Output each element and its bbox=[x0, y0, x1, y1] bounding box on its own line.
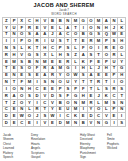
word-list-column: FellSmiteProphetsWicked bbox=[107, 133, 128, 159]
word-list-item: Speech bbox=[3, 155, 31, 159]
grid-cell: E bbox=[49, 120, 57, 127]
word-search-grid: ZPXCHVBBNMGOMANLYUFREVELATIONHJKTNOSAAJA… bbox=[2, 17, 126, 127]
grid-cell: A bbox=[11, 93, 19, 100]
grid-cell: O bbox=[103, 52, 111, 59]
grid-cell: B bbox=[57, 18, 65, 25]
grid-cell: N bbox=[18, 86, 26, 93]
grid-cell: I bbox=[34, 120, 42, 127]
grid-cell: G bbox=[80, 18, 88, 25]
grid-cell: G bbox=[26, 52, 34, 59]
grid-cell: C bbox=[26, 18, 34, 25]
grid-cell: O bbox=[88, 18, 96, 25]
grid-cell: C bbox=[111, 93, 119, 100]
grid-cell: E bbox=[49, 86, 57, 93]
grid-cell: C bbox=[18, 120, 26, 127]
grid-cell: R bbox=[3, 93, 11, 100]
grid-cell: V bbox=[41, 93, 49, 100]
grid-cell: G bbox=[103, 120, 111, 127]
grid-cell: F bbox=[80, 86, 88, 93]
grid-cell: X bbox=[41, 52, 49, 59]
grid-cell: T bbox=[88, 86, 96, 93]
grid-cell: Z bbox=[3, 18, 11, 25]
grid-cell: Z bbox=[72, 52, 80, 59]
word-list-column: Holy GhostDeceivedEternityBlasphemyPunis… bbox=[80, 133, 107, 159]
grid-cell: O bbox=[11, 86, 19, 93]
grid-cell: D bbox=[34, 93, 42, 100]
word-list-column: DenyRevelationHeartsAngelsScripturesGosp… bbox=[31, 133, 80, 159]
grid-cell: L bbox=[49, 52, 57, 59]
grid-cell: H bbox=[34, 18, 42, 25]
grid-cell: R bbox=[111, 86, 119, 93]
grid-cell: K bbox=[103, 93, 111, 100]
grid-cell: H bbox=[11, 52, 19, 59]
grid-cell: M bbox=[95, 18, 103, 25]
grid-cell: M bbox=[95, 38, 103, 45]
grid-cell: S bbox=[65, 52, 73, 59]
grid-cell: S bbox=[118, 120, 126, 127]
grid-cell: N bbox=[95, 120, 103, 127]
grid-cell: N bbox=[111, 18, 119, 25]
grid-cell: L bbox=[95, 86, 103, 93]
grid-cell: N bbox=[118, 107, 126, 114]
puzzle-type-label: WORD SEARCH bbox=[0, 13, 128, 16]
grid-cell: N bbox=[72, 120, 80, 127]
grid-cell: V bbox=[88, 120, 96, 127]
grid-cell: A bbox=[103, 18, 111, 25]
grid-cell: H bbox=[80, 93, 88, 100]
grid-cell: S bbox=[103, 86, 111, 93]
grid-cell: S bbox=[57, 93, 65, 100]
grid-cell: R bbox=[111, 52, 119, 59]
grid-cell: P bbox=[11, 18, 19, 25]
grid-cell: N bbox=[65, 18, 73, 25]
grid-cell: J bbox=[95, 93, 103, 100]
grid-cell: D bbox=[3, 120, 11, 127]
grid-cell: L bbox=[118, 18, 126, 25]
word-search-page: JACOB AND SHEREM Jacob 7 WORD SEARCH ZPX… bbox=[0, 0, 128, 161]
grid-cell: B bbox=[80, 120, 88, 127]
grid-cell: P bbox=[57, 86, 65, 93]
grid-cell: B bbox=[49, 18, 57, 25]
grid-cell: V bbox=[18, 52, 26, 59]
grid-cell: I bbox=[111, 120, 119, 127]
grid-cell: L bbox=[118, 52, 126, 59]
grid-cell: E bbox=[88, 93, 96, 100]
grid-cell: T bbox=[95, 52, 103, 59]
grid-cell: R bbox=[3, 52, 11, 59]
grid-cell: E bbox=[26, 120, 34, 127]
grid-cell: E bbox=[11, 120, 19, 127]
grid-cell: A bbox=[41, 32, 49, 39]
grid-cell: X bbox=[18, 18, 26, 25]
word-list-item: Gospel bbox=[31, 155, 80, 159]
grid-cell: V bbox=[41, 120, 49, 127]
grid-cell: D bbox=[49, 93, 57, 100]
grid-cell: D bbox=[57, 120, 65, 127]
word-list-column: JacobSheremChristLearnedFlatterySpeech bbox=[3, 133, 31, 159]
grid-cell: A bbox=[80, 52, 88, 59]
grid-cell: S bbox=[34, 52, 42, 59]
grid-cell: C bbox=[34, 86, 42, 93]
grid-cell: M bbox=[72, 18, 80, 25]
grid-cell: F bbox=[65, 93, 73, 100]
grid-cell: L bbox=[72, 59, 80, 66]
grid-cell: H bbox=[57, 52, 65, 59]
grid-cell: S bbox=[26, 93, 34, 100]
grid-cell: P bbox=[72, 86, 80, 93]
grid-cell: O bbox=[18, 93, 26, 100]
grid-cell: G bbox=[72, 93, 80, 100]
word-list: JacobSheremChristLearnedFlatterySpeechDe… bbox=[3, 133, 128, 159]
grid-cell: S bbox=[65, 86, 73, 93]
grid-cell: S bbox=[88, 52, 96, 59]
grid-cell: T bbox=[118, 93, 126, 100]
page-title: JACOB AND SHEREM bbox=[0, 0, 128, 8]
grid-cell: E bbox=[41, 86, 49, 93]
grid-cell: S bbox=[118, 86, 126, 93]
word-list-item: Wicked bbox=[107, 146, 128, 150]
grid-cell: V bbox=[41, 18, 49, 25]
word-list-item: Sign bbox=[80, 155, 107, 159]
grid-cell: H bbox=[26, 86, 34, 93]
grid-cell: I bbox=[3, 86, 11, 93]
grid-cell: M bbox=[65, 120, 73, 127]
